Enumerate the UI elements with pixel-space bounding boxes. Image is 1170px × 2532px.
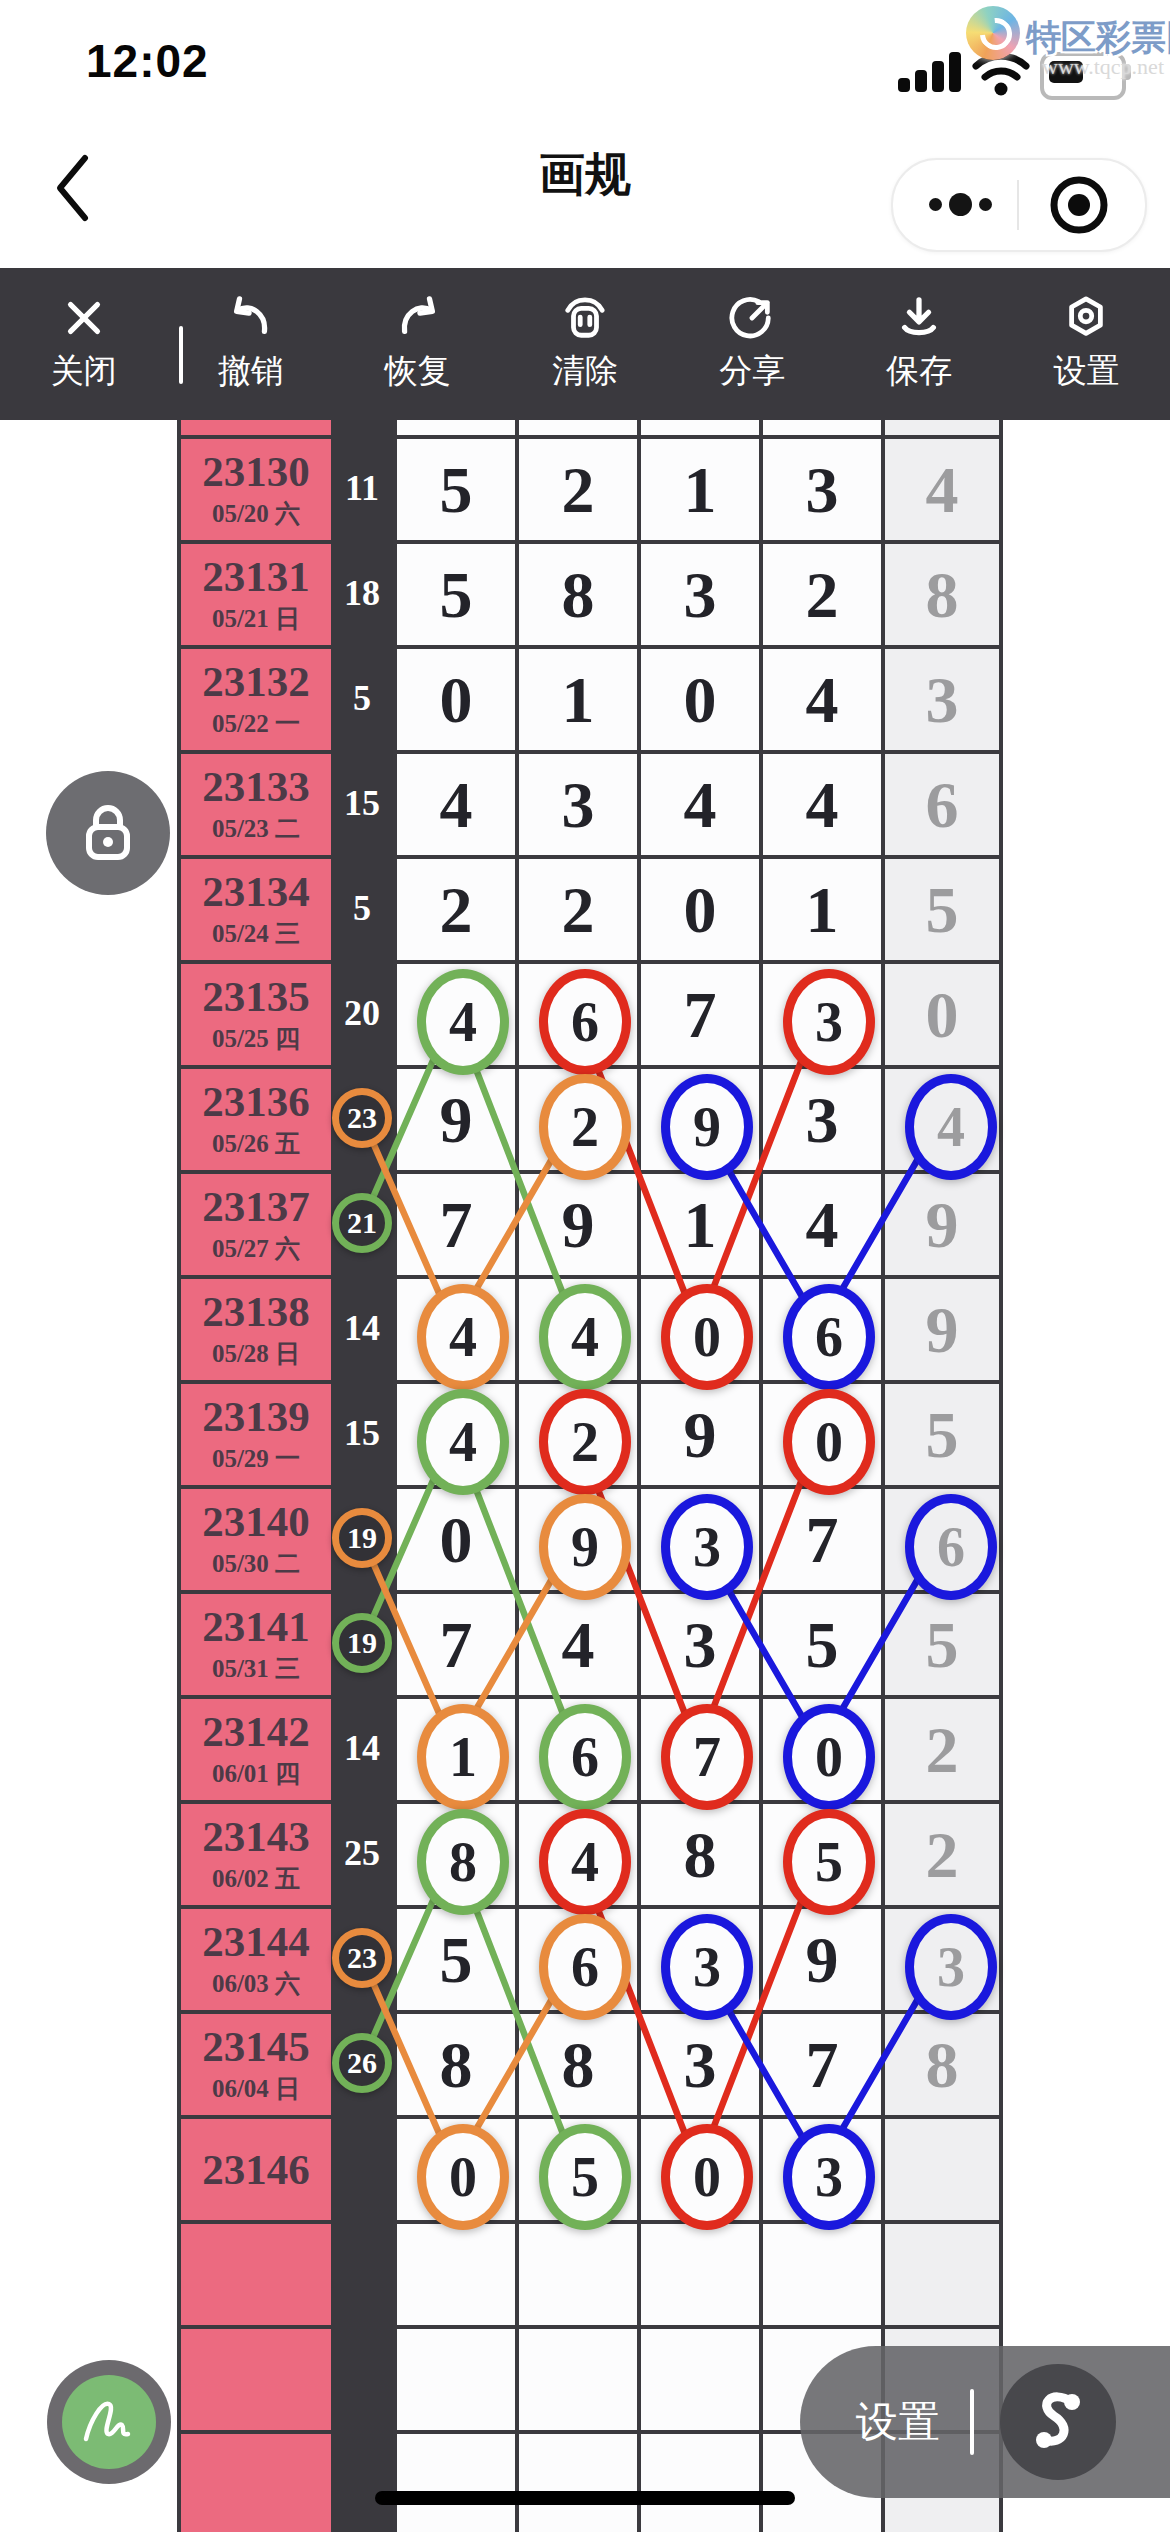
ring-annotation-green[interactable]: 6: [539, 1704, 631, 1810]
ringed-digit: 8: [449, 1830, 477, 1894]
lock-icon: [79, 801, 137, 865]
app-screen: 12:02 特区彩票网 www.tqcp.net 画规: [0, 0, 1170, 2532]
ring-annotation-green[interactable]: 4: [417, 1389, 509, 1495]
s-curve-icon: [1026, 2386, 1090, 2458]
status-time: 12:02: [86, 34, 209, 88]
ringed-digit: 4: [449, 1410, 477, 1474]
save-button[interactable]: 保存: [836, 268, 1003, 420]
ring-annotation-red[interactable]: 3: [783, 969, 875, 1075]
ringed-digit: 6: [937, 1515, 965, 1579]
capsule-divider: [1017, 180, 1019, 230]
ring-annotation-blue[interactable]: 3: [905, 1914, 997, 2020]
ringed-digit: 3: [693, 1515, 721, 1579]
share-icon: [728, 295, 776, 341]
ringed-digit: 4: [571, 1305, 599, 1369]
ringed-digit: 6: [571, 1725, 599, 1789]
ringed-digit: 2: [571, 1095, 599, 1159]
share-button[interactable]: 分享: [669, 268, 836, 420]
ringed-digit: 3: [693, 1935, 721, 1999]
ringed-digit: 0: [693, 2145, 721, 2209]
ring-annotation-orange[interactable]: 2: [539, 1074, 631, 1180]
ringed-digit: 4: [571, 1830, 599, 1894]
ringed-digit: 6: [815, 1305, 843, 1369]
ringed-digit: 0: [815, 1410, 843, 1474]
ring-annotation-orange[interactable]: 0: [417, 2124, 509, 2230]
close-icon: [61, 295, 107, 341]
ring-annotation-blue[interactable]: 3: [661, 1494, 753, 1600]
ringed-digit: 7: [693, 1725, 721, 1789]
ringed-digit: 4: [449, 990, 477, 1054]
ring-annotation-green[interactable]: 5: [539, 2124, 631, 2230]
ring-annotation-red[interactable]: 2: [539, 1389, 631, 1495]
ring-annotation-blue[interactable]: 0: [783, 1704, 875, 1810]
miniprogram-capsule: [891, 158, 1147, 252]
ring-annotation-red[interactable]: 6: [539, 969, 631, 1075]
toolbar-divider: [179, 326, 183, 384]
ringed-digit: 6: [571, 1935, 599, 1999]
ring-annotation-orange[interactable]: 1: [417, 1704, 509, 1810]
ringed-digit: 0: [815, 1725, 843, 1789]
ring-annotation-blue[interactable]: 6: [905, 1494, 997, 1600]
sum-badge-green[interactable]: 21: [332, 1193, 392, 1253]
close-miniprogram-button[interactable]: [1045, 171, 1113, 239]
ring-annotation-red[interactable]: 0: [783, 1389, 875, 1495]
trend-chart-board[interactable]: 2313005/20 六11521342313105/21 日185832823…: [0, 420, 1170, 2532]
nav-bar: 画规: [0, 108, 1170, 268]
footer-settings-button[interactable]: 设置: [856, 2394, 940, 2450]
ringed-digit: 5: [571, 2145, 599, 2209]
ringed-digit: 4: [449, 1305, 477, 1369]
site-logo-button[interactable]: [1000, 2364, 1116, 2480]
ring-annotation-blue[interactable]: 3: [783, 2124, 875, 2230]
ringed-digit: 0: [693, 1305, 721, 1369]
ringed-digit: 5: [815, 1830, 843, 1894]
ring-annotation-blue[interactable]: 9: [661, 1074, 753, 1180]
ring-annotation-blue[interactable]: 3: [661, 1914, 753, 2020]
ringed-digit: 4: [937, 1095, 965, 1159]
drawing-toolbar: 关闭 撤销 恢复 清除 分享 保存 设置: [0, 268, 1170, 420]
footer-divider: [970, 2389, 974, 2455]
ringed-digit: 3: [937, 1935, 965, 1999]
close-button[interactable]: 关闭: [0, 268, 167, 420]
ringed-digit: 6: [571, 990, 599, 1054]
ring-annotation-blue[interactable]: 4: [905, 1074, 997, 1180]
redo-button[interactable]: 恢复: [334, 268, 501, 420]
watermark-logo-icon: [966, 6, 1020, 60]
ringed-digit: 2: [571, 1410, 599, 1474]
sum-badge-orange[interactable]: 23: [332, 1928, 392, 1988]
ringed-digit: 1: [449, 1725, 477, 1789]
ring-annotation-blue[interactable]: 6: [783, 1284, 875, 1390]
ringed-digit: 3: [815, 2145, 843, 2209]
clear-button[interactable]: 清除: [501, 268, 668, 420]
ringed-digit: 0: [449, 2145, 477, 2209]
sum-badge-orange[interactable]: 23: [332, 1088, 392, 1148]
sum-badge-orange[interactable]: 19: [332, 1508, 392, 1568]
lock-button[interactable]: [46, 771, 170, 895]
ring-annotation-orange[interactable]: 6: [539, 1914, 631, 2020]
settings-button[interactable]: 设置: [1003, 268, 1170, 420]
download-icon: [895, 295, 943, 341]
ring-annotation-orange[interactable]: 4: [417, 1284, 509, 1390]
ring-annotation-red[interactable]: 5: [783, 1809, 875, 1915]
ring-annotation-red[interactable]: 7: [661, 1704, 753, 1810]
ringed-digit: 3: [815, 990, 843, 1054]
draw-mode-button[interactable]: [47, 2360, 171, 2484]
trash-icon: [561, 295, 609, 341]
pen-icon: [62, 2375, 156, 2469]
ring-annotation-green[interactable]: 8: [417, 1809, 509, 1915]
ring-annotation-red[interactable]: 0: [661, 1284, 753, 1390]
watermark-site-url: www.tqcp.net: [1042, 54, 1164, 80]
ringed-digit: 9: [571, 1515, 599, 1579]
ring-annotation-red[interactable]: 4: [539, 1809, 631, 1915]
footer-panel: 设置: [800, 2346, 1170, 2498]
sum-badge-green[interactable]: 26: [332, 2033, 392, 2093]
ring-annotation-green[interactable]: 4: [417, 969, 509, 1075]
gear-icon: [1062, 295, 1110, 341]
ringed-digit: 9: [693, 1095, 721, 1159]
undo-button[interactable]: 撤销: [167, 268, 334, 420]
ring-annotation-orange[interactable]: 9: [539, 1494, 631, 1600]
ring-annotation-green[interactable]: 4: [539, 1284, 631, 1390]
redo-icon: [394, 295, 442, 341]
home-indicator[interactable]: [375, 2491, 795, 2505]
sum-badge-green[interactable]: 19: [332, 1613, 392, 1673]
undo-icon: [227, 295, 275, 341]
ring-annotation-red[interactable]: 0: [661, 2124, 753, 2230]
